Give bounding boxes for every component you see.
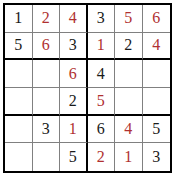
sudoku-cell-r6c2[interactable]: [33, 143, 61, 171]
sudoku-cell-r2c5[interactable]: 2: [115, 33, 143, 61]
sudoku-cell-r4c5[interactable]: [115, 88, 143, 116]
sudoku-cell-r5c6[interactable]: 5: [143, 116, 171, 144]
sudoku-cell-r2c1[interactable]: 5: [5, 33, 33, 61]
sudoku-cell-r5c3[interactable]: 1: [60, 116, 88, 144]
sudoku-cell-r6c1[interactable]: [5, 143, 33, 171]
sudoku-cell-r1c6[interactable]: 6: [143, 5, 171, 33]
sudoku-cell-r1c3[interactable]: 4: [60, 5, 88, 33]
sudoku-cell-r4c6[interactable]: [143, 88, 171, 116]
sudoku-cell-r2c2[interactable]: 6: [33, 33, 61, 61]
sudoku-cell-r2c4[interactable]: 1: [88, 33, 116, 61]
sudoku-cell-r4c3[interactable]: 2: [60, 88, 88, 116]
sudoku-cell-r5c4[interactable]: 6: [88, 116, 116, 144]
sudoku-cell-r1c4[interactable]: 3: [88, 5, 116, 33]
sudoku-cell-r3c5[interactable]: [115, 60, 143, 88]
sudoku-cell-r6c3[interactable]: 5: [60, 143, 88, 171]
sudoku-cell-r6c4[interactable]: 2: [88, 143, 116, 171]
sudoku-cell-r2c3[interactable]: 3: [60, 33, 88, 61]
sudoku-cell-r5c2[interactable]: 3: [33, 116, 61, 144]
sudoku-cell-r6c6[interactable]: 3: [143, 143, 171, 171]
sudoku-cell-r6c5[interactable]: 1: [115, 143, 143, 171]
sudoku-cell-r3c6[interactable]: [143, 60, 171, 88]
sudoku-cell-r2c6[interactable]: 4: [143, 33, 171, 61]
sudoku-cell-r3c3[interactable]: 6: [60, 60, 88, 88]
sudoku-cell-r4c2[interactable]: [33, 88, 61, 116]
sudoku-board: 1243565631246425316455213: [3, 3, 172, 173]
sudoku-cell-r5c1[interactable]: [5, 116, 33, 144]
sudoku-cell-r4c4[interactable]: 5: [88, 88, 116, 116]
sudoku-cell-r4c1[interactable]: [5, 88, 33, 116]
sudoku-cell-r3c2[interactable]: [33, 60, 61, 88]
sudoku-cell-r1c1[interactable]: 1: [5, 5, 33, 33]
sudoku-cell-r3c4[interactable]: 4: [88, 60, 116, 88]
sudoku-cell-r1c2[interactable]: 2: [33, 5, 61, 33]
sudoku-board-wrap: 1243565631246425316455213: [0, 0, 175, 176]
sudoku-cell-r1c5[interactable]: 5: [115, 5, 143, 33]
sudoku-cell-r5c5[interactable]: 4: [115, 116, 143, 144]
sudoku-cell-r3c1[interactable]: [5, 60, 33, 88]
